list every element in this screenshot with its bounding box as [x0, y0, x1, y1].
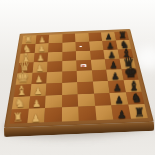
square: ♝	[14, 84, 31, 97]
black-pawn: ♟	[113, 108, 131, 119]
black-queen: ♛	[121, 56, 136, 69]
square	[61, 107, 78, 122]
square: ♟	[111, 105, 130, 120]
board-tilt-wrapper: ♜♟♟♜♞♟♟♞♝♟♟♝♛♟♟♛♚♟♟♚♝♟♟♝♞♟♟♞♜♟♟♜	[0, 0, 155, 155]
white-pawn: ♟	[26, 112, 44, 123]
square: ♚	[16, 73, 33, 85]
square: ♛	[17, 62, 33, 73]
black-rook: ♜	[130, 106, 148, 119]
square: ♟	[30, 83, 47, 96]
white-bishop: ♝	[13, 83, 29, 96]
square	[78, 106, 96, 121]
square: ♞	[125, 91, 144, 104]
square: ♟	[31, 72, 47, 84]
white-rook: ♜	[9, 111, 27, 124]
square: ♜	[10, 109, 29, 124]
square	[94, 93, 112, 107]
black-knight: ♞	[117, 38, 131, 49]
square	[46, 72, 61, 84]
square	[47, 61, 62, 72]
square	[46, 83, 62, 96]
square	[91, 59, 107, 70]
white-queen: ♛	[17, 60, 32, 73]
square: ♟	[27, 108, 45, 123]
black-bishop: ♝	[119, 47, 134, 59]
square	[62, 94, 79, 108]
white-knight: ♞	[11, 97, 28, 110]
square	[62, 71, 77, 83]
square	[95, 106, 114, 121]
black-knight: ♞	[127, 92, 144, 105]
square	[77, 81, 93, 94]
square	[76, 60, 91, 71]
square	[92, 81, 109, 94]
board-grid: ♜♟♟♜♞♟♟♞♝♟♟♝♛♟♟♛♚♟♟♚♝♟♟♝♞♟♟♞♜♟♟♜	[10, 31, 148, 123]
board-frame: ♜♟♟♜♞♟♟♞♝♟♟♝♛♟♟♛♚♟♟♚♝♟♟♝♞♟♟♞♜♟♟♜	[4, 29, 154, 128]
board-3d-scene: ♜♟♟♜♞♟♟♞♝♟♟♝♛♟♟♛♚♟♟♚♝♟♟♝♞♟♟♞♜♟♟♜	[4, 29, 154, 128]
black-bishop: ♝	[125, 79, 141, 92]
square	[77, 70, 93, 82]
square: ♞	[12, 96, 30, 110]
square: ♟	[110, 92, 128, 105]
sticker-label	[80, 64, 86, 67]
square	[78, 93, 95, 107]
square: ♛	[119, 58, 136, 69]
square	[62, 61, 77, 72]
square	[62, 82, 78, 95]
white-bishop: ♝	[18, 51, 33, 63]
square	[91, 70, 107, 82]
square: ♚	[121, 69, 138, 81]
chess-photo: ♜♟♟♜♞♟♟♞♝♟♟♝♛♟♟♛♚♟♟♚♝♟♟♝♞♟♟♞♜♟♟♜	[0, 0, 155, 155]
white-speck	[80, 46, 82, 47]
square: ♜	[128, 104, 148, 119]
square: ♟	[28, 95, 45, 109]
square: ♟	[32, 62, 47, 73]
square: ♝	[123, 80, 141, 92]
white-knight: ♞	[20, 43, 34, 54]
square	[45, 95, 62, 109]
square	[44, 108, 61, 123]
